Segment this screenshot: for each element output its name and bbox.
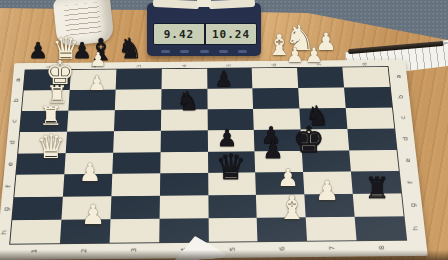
square-h3[interactable] bbox=[109, 219, 159, 243]
clock-button[interactable] bbox=[161, 50, 170, 53]
square-f4[interactable] bbox=[160, 173, 208, 196]
table-edge-shadow bbox=[0, 250, 448, 260]
rank-label-top-4: 4 bbox=[180, 62, 189, 70]
square-e3[interactable] bbox=[112, 152, 160, 174]
clock-rocker[interactable] bbox=[153, 0, 255, 9]
scene: 9.42 10.24 aabbccddeeffgghh1122334455667… bbox=[0, 0, 448, 260]
clock-rocker-right-arm[interactable] bbox=[209, 0, 255, 9]
clock-button[interactable] bbox=[219, 50, 228, 53]
clock-rocker-left-arm[interactable] bbox=[153, 0, 199, 9]
clock-left-time: 9.42 bbox=[154, 24, 204, 44]
clock-button[interactable] bbox=[238, 50, 247, 53]
file-label-right-d: d bbox=[401, 134, 411, 143]
square-f1[interactable] bbox=[14, 175, 64, 198]
file-label-left-e: e bbox=[5, 160, 15, 169]
file-label-right-f: f bbox=[405, 178, 416, 187]
square-d3[interactable] bbox=[113, 130, 161, 152]
square-g4[interactable] bbox=[159, 196, 208, 219]
square-c8[interactable] bbox=[346, 107, 394, 128]
rank-label-top-8: 8 bbox=[360, 60, 370, 68]
clock-button[interactable] bbox=[180, 50, 189, 53]
file-label-left-g: g bbox=[1, 204, 12, 213]
piece-wP-a2[interactable]: ♟ bbox=[82, 73, 112, 93]
captured-wP[interactable]: ♟ bbox=[299, 45, 329, 65]
clock-rocker-pivot bbox=[197, 0, 211, 7]
square-b6[interactable] bbox=[253, 88, 300, 109]
file-label-right-e: e bbox=[403, 156, 413, 165]
clock-buttons bbox=[161, 50, 247, 53]
square-e8[interactable] bbox=[349, 150, 399, 172]
file-label-right-a: a bbox=[394, 73, 404, 81]
piece-wP-h2[interactable]: ♟ bbox=[73, 201, 114, 228]
square-h4[interactable] bbox=[159, 218, 208, 242]
square-g5[interactable] bbox=[208, 195, 257, 218]
square-a6[interactable] bbox=[252, 68, 298, 88]
file-label-left-a: a bbox=[13, 76, 23, 84]
square-g1[interactable] bbox=[12, 197, 62, 220]
file-label-left-b: b bbox=[11, 96, 21, 104]
square-h1[interactable] bbox=[10, 220, 61, 244]
file-label-right-g: g bbox=[408, 200, 419, 209]
square-b5[interactable] bbox=[207, 88, 253, 109]
square-c3[interactable] bbox=[114, 110, 161, 131]
square-a8[interactable] bbox=[342, 67, 389, 87]
piece-wP-f6[interactable]: ♟ bbox=[270, 166, 306, 190]
square-h8[interactable] bbox=[355, 216, 406, 240]
chess-clock: 9.42 10.24 bbox=[147, 3, 261, 56]
clock-button[interactable] bbox=[200, 50, 209, 53]
piece-wR-c1[interactable]: ♜ bbox=[32, 103, 71, 129]
square-b8[interactable] bbox=[344, 87, 392, 108]
square-e4[interactable] bbox=[160, 151, 208, 173]
piece-bP-a5[interactable]: ♟ bbox=[208, 69, 240, 90]
clock-lcd: 9.42 10.24 bbox=[153, 23, 257, 45]
file-label-right-h: h bbox=[410, 223, 421, 232]
file-label-left-f: f bbox=[3, 182, 13, 191]
square-f3[interactable] bbox=[111, 174, 160, 197]
piece-wP-f2[interactable]: ♟ bbox=[71, 160, 109, 185]
piece-bN-b4[interactable]: ♞ bbox=[169, 88, 208, 114]
square-a3[interactable] bbox=[115, 69, 161, 89]
captured-wP[interactable]: ♟ bbox=[84, 50, 113, 69]
piece-wQ-e1[interactable]: ♛ bbox=[26, 130, 76, 163]
square-b3[interactable] bbox=[115, 89, 162, 110]
file-label-left-d: d bbox=[7, 138, 17, 147]
square-d8[interactable] bbox=[348, 128, 397, 150]
square-h5[interactable] bbox=[208, 218, 258, 242]
file-label-left-h: h bbox=[0, 227, 10, 237]
square-c2[interactable] bbox=[67, 110, 115, 131]
file-label-right-b: b bbox=[396, 93, 406, 101]
clock-right-time: 10.24 bbox=[206, 24, 256, 44]
file-label-left-c: c bbox=[9, 117, 19, 126]
piece-bK-e7[interactable]: ♚ bbox=[282, 122, 336, 158]
piece-wB-h6[interactable]: ♝ bbox=[267, 191, 317, 224]
piece-bQ-f5[interactable]: ♛ bbox=[205, 150, 258, 185]
rank-label-top-6: 6 bbox=[270, 61, 279, 69]
square-g3[interactable] bbox=[110, 196, 159, 219]
square-d4[interactable] bbox=[160, 130, 207, 152]
piece-bR-g8[interactable]: ♜ bbox=[355, 174, 399, 203]
file-label-right-c: c bbox=[398, 113, 408, 121]
square-a7[interactable] bbox=[297, 67, 344, 87]
